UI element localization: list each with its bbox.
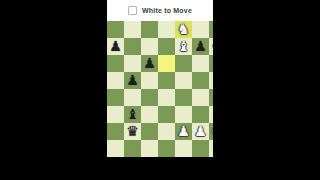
square-h4[interactable] xyxy=(209,89,213,106)
black-pawn-h6[interactable]: ♟ xyxy=(209,55,213,72)
square-d7[interactable] xyxy=(141,38,158,55)
black-bishop-c3[interactable]: ♝ xyxy=(124,106,141,123)
square-e4[interactable] xyxy=(158,89,175,106)
square-h2[interactable]: ♚ xyxy=(209,123,213,140)
white-knight-f8[interactable]: ♞ xyxy=(175,21,192,38)
square-h1[interactable] xyxy=(209,140,213,157)
square-h7[interactable]: ♚ xyxy=(209,38,213,55)
white-pawn-g2[interactable]: ♟ xyxy=(192,123,209,140)
square-g5[interactable] xyxy=(192,72,209,89)
square-e3[interactable] xyxy=(158,106,175,123)
black-king-h7[interactable]: ♚ xyxy=(209,38,213,55)
square-h8[interactable] xyxy=(209,21,213,38)
square-e6[interactable] xyxy=(158,55,175,72)
square-c3[interactable]: ♝ xyxy=(124,106,141,123)
square-e7[interactable] xyxy=(158,38,175,55)
square-b3[interactable] xyxy=(107,106,124,123)
square-g4[interactable] xyxy=(192,89,209,106)
square-f8[interactable]: ♞ xyxy=(175,21,192,38)
square-d1[interactable] xyxy=(141,140,158,157)
square-f5[interactable] xyxy=(175,72,192,89)
black-pawn-b7[interactable]: ♟ xyxy=(107,38,124,55)
square-c8[interactable] xyxy=(124,21,141,38)
square-e8[interactable] xyxy=(158,21,175,38)
square-c1[interactable] xyxy=(124,140,141,157)
square-b2[interactable] xyxy=(107,123,124,140)
square-b7[interactable]: ♟ xyxy=(107,38,124,55)
chess-board: ♞♟♟♝♟♚♟♟♟♝♛♟♟♚ xyxy=(107,21,213,157)
square-b1[interactable] xyxy=(107,140,124,157)
black-pawn-c5[interactable]: ♟ xyxy=(124,72,141,89)
square-g8[interactable] xyxy=(192,21,209,38)
board-viewport: ♞♟♟♝♟♚♟♟♟♝♛♟♟♚ xyxy=(107,21,213,157)
header-bar: White to Move xyxy=(107,0,213,21)
square-d3[interactable] xyxy=(141,106,158,123)
square-g1[interactable] xyxy=(192,140,209,157)
square-g7[interactable]: ♟ xyxy=(192,38,209,55)
square-d8[interactable] xyxy=(141,21,158,38)
square-f6[interactable] xyxy=(175,55,192,72)
black-queen-c2[interactable]: ♛ xyxy=(124,123,141,140)
square-b8[interactable] xyxy=(107,21,124,38)
white-king-h2[interactable]: ♚ xyxy=(209,123,213,140)
square-c7[interactable] xyxy=(124,38,141,55)
white-to-move-checkbox[interactable] xyxy=(128,6,137,15)
square-d5[interactable] xyxy=(141,72,158,89)
square-d2[interactable] xyxy=(141,123,158,140)
square-f1[interactable] xyxy=(175,140,192,157)
square-e1[interactable] xyxy=(158,140,175,157)
square-d4[interactable] xyxy=(141,89,158,106)
square-b6[interactable] xyxy=(107,55,124,72)
square-e2[interactable] xyxy=(158,123,175,140)
square-e5[interactable] xyxy=(158,72,175,89)
square-b5[interactable] xyxy=(107,72,124,89)
white-pawn-f2[interactable]: ♟ xyxy=(175,123,192,140)
square-d6[interactable]: ♟ xyxy=(141,55,158,72)
white-bishop-f7[interactable]: ♝ xyxy=(175,38,192,55)
square-f2[interactable]: ♟ xyxy=(175,123,192,140)
square-h5[interactable] xyxy=(209,72,213,89)
square-c5[interactable]: ♟ xyxy=(124,72,141,89)
white-to-move-label: White to Move xyxy=(142,7,192,14)
square-f4[interactable] xyxy=(175,89,192,106)
video-frame: White to Move ♞♟♟♝♟♚♟♟♟♝♛♟♟♚ xyxy=(107,0,213,180)
square-b4[interactable] xyxy=(107,89,124,106)
square-f7[interactable]: ♝ xyxy=(175,38,192,55)
square-g6[interactable] xyxy=(192,55,209,72)
black-pawn-g7[interactable]: ♟ xyxy=(192,38,209,55)
square-h6[interactable]: ♟ xyxy=(209,55,213,72)
square-h3[interactable] xyxy=(209,106,213,123)
square-c4[interactable] xyxy=(124,89,141,106)
square-c6[interactable] xyxy=(124,55,141,72)
square-c2[interactable]: ♛ xyxy=(124,123,141,140)
square-g3[interactable] xyxy=(192,106,209,123)
square-f3[interactable] xyxy=(175,106,192,123)
black-pawn-d6[interactable]: ♟ xyxy=(141,55,158,72)
square-g2[interactable]: ♟ xyxy=(192,123,209,140)
